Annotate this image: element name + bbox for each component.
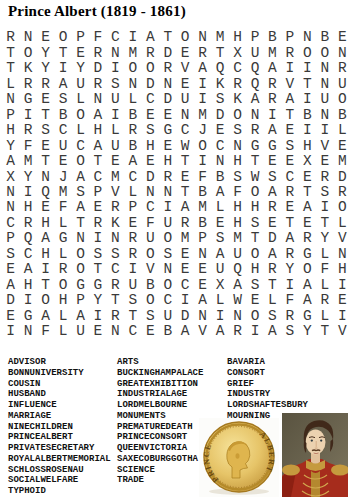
grid-cell[interactable]: N xyxy=(37,169,54,184)
grid-cell[interactable]: G xyxy=(299,308,316,323)
grid-cell[interactable]: E xyxy=(177,169,194,184)
grid-cell[interactable]: P xyxy=(246,30,263,45)
grid-cell[interactable]: C xyxy=(19,246,36,261)
grid-cell[interactable]: N xyxy=(19,324,36,339)
grid-cell[interactable]: C xyxy=(142,92,159,107)
grid-cell[interactable]: E xyxy=(159,107,176,122)
grid-cell[interactable]: C xyxy=(72,138,89,153)
grid-cell[interactable]: A xyxy=(89,107,106,122)
grid-cell[interactable]: C xyxy=(2,215,19,230)
grid-cell[interactable]: L xyxy=(211,200,228,215)
grid-cell[interactable]: K xyxy=(211,76,228,91)
grid-cell[interactable]: R xyxy=(54,262,71,277)
grid-cell[interactable]: R xyxy=(124,231,141,246)
grid-cell[interactable]: E xyxy=(194,262,211,277)
grid-cell[interactable]: W xyxy=(229,293,246,308)
grid-cell[interactable]: N xyxy=(316,61,333,76)
grid-cell[interactable]: G xyxy=(159,123,176,138)
grid-cell[interactable]: E xyxy=(334,138,351,153)
grid-cell[interactable]: I xyxy=(54,61,71,76)
grid-cell[interactable]: E xyxy=(281,154,298,169)
grid-cell[interactable]: U xyxy=(211,262,228,277)
grid-cell[interactable]: M xyxy=(124,45,141,60)
grid-cell[interactable]: I xyxy=(334,308,351,323)
grid-cell[interactable]: N xyxy=(177,107,194,122)
grid-cell[interactable]: N xyxy=(229,138,246,153)
grid-cell[interactable]: V xyxy=(142,262,159,277)
grid-cell[interactable]: H xyxy=(229,154,246,169)
grid-cell[interactable]: H xyxy=(299,138,316,153)
grid-cell[interactable]: A xyxy=(142,30,159,45)
grid-cell[interactable]: O xyxy=(194,138,211,153)
grid-cell[interactable]: E xyxy=(37,30,54,45)
grid-cell[interactable]: P xyxy=(2,107,19,122)
grid-cell[interactable]: A xyxy=(264,246,281,261)
grid-cell[interactable]: C xyxy=(124,169,141,184)
grid-cell[interactable]: E xyxy=(316,154,333,169)
grid-cell[interactable]: S xyxy=(37,123,54,138)
grid-cell[interactable]: T xyxy=(124,308,141,323)
grid-cell[interactable]: L xyxy=(316,308,333,323)
grid-cell[interactable]: R xyxy=(281,246,298,261)
grid-cell[interactable]: I xyxy=(107,61,124,76)
grid-cell[interactable]: R xyxy=(124,246,141,261)
grid-cell[interactable]: L xyxy=(264,293,281,308)
grid-cell[interactable]: L xyxy=(54,324,71,339)
grid-cell[interactable]: C xyxy=(107,262,124,277)
grid-cell[interactable]: I xyxy=(281,277,298,292)
grid-cell[interactable]: O xyxy=(334,92,351,107)
grid-cell[interactable]: A xyxy=(264,123,281,138)
grid-cell[interactable]: O xyxy=(334,200,351,215)
grid-cell[interactable]: N xyxy=(19,30,36,45)
grid-cell[interactable]: Q xyxy=(19,231,36,246)
grid-cell[interactable]: S xyxy=(54,92,71,107)
grid-cell[interactable]: A xyxy=(281,231,298,246)
grid-cell[interactable]: N xyxy=(107,231,124,246)
grid-cell[interactable]: U xyxy=(246,45,263,60)
grid-cell[interactable]: N xyxy=(316,107,333,122)
grid-cell[interactable]: N xyxy=(72,231,89,246)
grid-cell[interactable]: T xyxy=(159,30,176,45)
grid-cell[interactable]: E xyxy=(264,154,281,169)
grid-cell[interactable]: P xyxy=(2,231,19,246)
grid-cell[interactable]: R xyxy=(19,123,36,138)
grid-cell[interactable]: J xyxy=(194,123,211,138)
grid-cell[interactable]: L xyxy=(124,184,141,199)
grid-cell[interactable]: S xyxy=(107,76,124,91)
grid-cell[interactable]: M xyxy=(194,107,211,122)
grid-cell[interactable]: R xyxy=(281,308,298,323)
grid-cell[interactable]: T xyxy=(89,262,106,277)
grid-cell[interactable]: R xyxy=(334,184,351,199)
grid-cell[interactable]: O xyxy=(299,45,316,60)
grid-cell[interactable]: A xyxy=(264,324,281,339)
grid-cell[interactable]: E xyxy=(37,92,54,107)
grid-cell[interactable]: R xyxy=(194,45,211,60)
grid-cell[interactable]: N xyxy=(316,76,333,91)
grid-cell[interactable]: R xyxy=(19,215,36,230)
grid-cell[interactable]: D xyxy=(89,61,106,76)
grid-cell[interactable]: R xyxy=(299,231,316,246)
grid-cell[interactable]: T xyxy=(316,324,333,339)
grid-cell[interactable]: B xyxy=(264,30,281,45)
grid-cell[interactable]: W xyxy=(246,169,263,184)
grid-cell[interactable]: A xyxy=(177,324,194,339)
grid-cell[interactable]: R xyxy=(159,169,176,184)
grid-cell[interactable]: R xyxy=(159,61,176,76)
grid-cell[interactable]: L xyxy=(72,92,89,107)
grid-cell[interactable]: S xyxy=(229,123,246,138)
grid-cell[interactable]: U xyxy=(177,92,194,107)
grid-cell[interactable]: T xyxy=(211,45,228,60)
grid-cell[interactable]: C xyxy=(54,123,71,138)
grid-cell[interactable]: E xyxy=(89,200,106,215)
grid-cell[interactable]: A xyxy=(194,293,211,308)
grid-cell[interactable]: E xyxy=(124,215,141,230)
grid-cell[interactable]: H xyxy=(142,138,159,153)
grid-cell[interactable]: S xyxy=(229,169,246,184)
grid-cell[interactable]: F xyxy=(37,324,54,339)
grid-cell[interactable]: I xyxy=(19,184,36,199)
grid-cell[interactable]: C xyxy=(107,30,124,45)
grid-cell[interactable]: I xyxy=(194,76,211,91)
grid-cell[interactable]: B xyxy=(124,107,141,122)
grid-cell[interactable]: O xyxy=(246,246,263,261)
grid-cell[interactable]: S xyxy=(281,324,298,339)
grid-cell[interactable]: A xyxy=(264,184,281,199)
grid-cell[interactable]: U xyxy=(107,138,124,153)
grid-cell[interactable]: T xyxy=(177,184,194,199)
grid-cell[interactable]: Y xyxy=(2,138,19,153)
grid-cell[interactable]: A xyxy=(246,92,263,107)
grid-cell[interactable]: T xyxy=(316,215,333,230)
grid-cell[interactable]: S xyxy=(142,308,159,323)
grid-cell[interactable]: E xyxy=(89,324,106,339)
grid-cell[interactable]: A xyxy=(264,61,281,76)
grid-cell[interactable]: A xyxy=(211,246,228,261)
grid-cell[interactable]: R xyxy=(2,30,19,45)
grid-cell[interactable]: R xyxy=(177,215,194,230)
grid-cell[interactable]: R xyxy=(264,92,281,107)
grid-cell[interactable]: I xyxy=(334,277,351,292)
grid-cell[interactable]: L xyxy=(107,123,124,138)
grid-cell[interactable]: C xyxy=(229,61,246,76)
grid-cell[interactable]: G xyxy=(19,308,36,323)
grid-cell[interactable]: G xyxy=(54,231,71,246)
grid-cell[interactable]: A xyxy=(299,293,316,308)
grid-cell[interactable]: E xyxy=(281,200,298,215)
grid-cell[interactable]: Q xyxy=(37,184,54,199)
grid-cell[interactable]: E xyxy=(37,138,54,153)
grid-cell[interactable]: S xyxy=(264,169,281,184)
grid-cell[interactable]: U xyxy=(229,246,246,261)
grid-cell[interactable]: R xyxy=(107,200,124,215)
grid-cell[interactable]: H xyxy=(19,277,36,292)
grid-cell[interactable]: S xyxy=(246,277,263,292)
grid-cell[interactable]: B xyxy=(299,107,316,122)
grid-cell[interactable]: X xyxy=(2,169,19,184)
grid-cell[interactable]: O xyxy=(246,184,263,199)
grid-cell[interactable]: A xyxy=(211,324,228,339)
grid-cell[interactable]: R xyxy=(264,76,281,91)
grid-cell[interactable]: C xyxy=(142,200,159,215)
grid-cell[interactable]: I xyxy=(107,107,124,122)
grid-cell[interactable]: K xyxy=(229,92,246,107)
grid-cell[interactable]: D xyxy=(177,308,194,323)
grid-cell[interactable]: H xyxy=(2,123,19,138)
grid-cell[interactable]: I xyxy=(194,154,211,169)
grid-cell[interactable]: I xyxy=(177,293,194,308)
grid-cell[interactable]: I xyxy=(299,92,316,107)
grid-cell[interactable]: T xyxy=(246,154,263,169)
grid-cell[interactable]: U xyxy=(124,277,141,292)
grid-cell[interactable]: T xyxy=(281,215,298,230)
grid-cell[interactable]: I xyxy=(124,262,141,277)
grid-cell[interactable]: N xyxy=(159,184,176,199)
grid-cell[interactable]: Y xyxy=(37,45,54,60)
grid-cell[interactable]: C xyxy=(177,277,194,292)
grid-cell[interactable]: S xyxy=(107,246,124,261)
grid-cell[interactable]: L xyxy=(72,123,89,138)
grid-cell[interactable]: N xyxy=(2,200,19,215)
grid-cell[interactable]: N xyxy=(142,184,159,199)
grid-cell[interactable]: P xyxy=(124,200,141,215)
grid-cell[interactable]: S xyxy=(72,184,89,199)
grid-cell[interactable]: U xyxy=(159,308,176,323)
grid-cell[interactable]: M xyxy=(54,184,71,199)
grid-cell[interactable]: L xyxy=(316,277,333,292)
grid-cell[interactable]: E xyxy=(194,277,211,292)
grid-cell[interactable]: F xyxy=(19,138,36,153)
grid-cell[interactable]: I xyxy=(316,200,333,215)
grid-cell[interactable]: Y xyxy=(281,262,298,277)
grid-cell[interactable]: N xyxy=(2,184,19,199)
grid-cell[interactable]: U xyxy=(54,138,71,153)
grid-cell[interactable]: J xyxy=(54,169,71,184)
grid-cell[interactable]: O xyxy=(142,246,159,261)
grid-cell[interactable]: F xyxy=(89,30,106,45)
grid-cell[interactable]: O xyxy=(19,45,36,60)
grid-cell[interactable]: A xyxy=(2,277,19,292)
grid-cell[interactable]: V xyxy=(334,324,351,339)
grid-cell[interactable]: R xyxy=(229,324,246,339)
grid-cell[interactable]: M xyxy=(229,231,246,246)
grid-cell[interactable]: H xyxy=(37,246,54,261)
grid-cell[interactable]: R xyxy=(246,123,263,138)
grid-cell[interactable]: A xyxy=(124,154,141,169)
grid-cell[interactable]: U xyxy=(316,92,333,107)
grid-cell[interactable]: E xyxy=(211,123,228,138)
grid-cell[interactable]: O xyxy=(72,246,89,261)
grid-cell[interactable]: I xyxy=(316,123,333,138)
grid-cell[interactable]: S xyxy=(2,246,19,261)
grid-cell[interactable]: H xyxy=(229,200,246,215)
grid-cell[interactable]: A xyxy=(177,200,194,215)
grid-cell[interactable]: T xyxy=(37,277,54,292)
grid-cell[interactable]: Y xyxy=(19,169,36,184)
grid-cell[interactable]: E xyxy=(2,308,19,323)
grid-cell[interactable]: O xyxy=(299,262,316,277)
grid-cell[interactable]: R xyxy=(334,61,351,76)
grid-cell[interactable]: E xyxy=(142,324,159,339)
grid-cell[interactable]: N xyxy=(107,45,124,60)
grid-cell[interactable]: A xyxy=(89,138,106,153)
grid-cell[interactable]: O xyxy=(72,107,89,122)
grid-cell[interactable]: F xyxy=(142,215,159,230)
grid-cell[interactable]: G xyxy=(72,277,89,292)
grid-cell[interactable]: T xyxy=(54,45,71,60)
grid-cell[interactable]: E xyxy=(177,45,194,60)
grid-cell[interactable]: P xyxy=(194,231,211,246)
grid-cell[interactable]: N xyxy=(246,107,263,122)
grid-cell[interactable]: G xyxy=(246,138,263,153)
grid-cell[interactable]: L xyxy=(334,123,351,138)
grid-cell[interactable]: S xyxy=(316,184,333,199)
grid-cell[interactable]: B xyxy=(159,324,176,339)
grid-cell[interactable]: T xyxy=(37,154,54,169)
grid-cell[interactable]: C xyxy=(211,138,228,153)
grid-cell[interactable]: A xyxy=(54,76,71,91)
grid-cell[interactable]: Y xyxy=(72,61,89,76)
grid-cell[interactable]: V xyxy=(281,76,298,91)
grid-cell[interactable]: N xyxy=(334,45,351,60)
grid-cell[interactable]: U xyxy=(107,92,124,107)
grid-cell[interactable]: H xyxy=(229,30,246,45)
grid-cell[interactable]: A xyxy=(211,184,228,199)
grid-cell[interactable]: N xyxy=(159,262,176,277)
grid-cell[interactable]: E xyxy=(177,246,194,261)
grid-cell[interactable]: R xyxy=(89,76,106,91)
grid-cell[interactable]: M xyxy=(211,30,228,45)
grid-cell[interactable]: M xyxy=(194,200,211,215)
grid-cell[interactable]: N xyxy=(194,308,211,323)
grid-cell[interactable]: F xyxy=(54,200,71,215)
grid-cell[interactable]: D xyxy=(159,92,176,107)
grid-cell[interactable]: D xyxy=(211,107,228,122)
grid-cell[interactable]: Q xyxy=(211,61,228,76)
grid-cell[interactable]: T xyxy=(281,107,298,122)
grid-cell[interactable]: A xyxy=(37,308,54,323)
grid-cell[interactable]: B xyxy=(124,138,141,153)
grid-cell[interactable]: A xyxy=(2,154,19,169)
grid-cell[interactable]: Q xyxy=(246,61,263,76)
grid-cell[interactable]: R xyxy=(89,45,106,60)
grid-cell[interactable]: U xyxy=(72,324,89,339)
grid-cell[interactable]: E xyxy=(54,154,71,169)
grid-cell[interactable]: O xyxy=(142,293,159,308)
grid-cell[interactable]: O xyxy=(72,154,89,169)
grid-cell[interactable]: H xyxy=(89,123,106,138)
grid-cell[interactable]: E xyxy=(299,215,316,230)
grid-cell[interactable]: I xyxy=(264,107,281,122)
grid-cell[interactable]: T xyxy=(299,184,316,199)
grid-cell[interactable]: O xyxy=(142,61,159,76)
grid-cell[interactable]: E xyxy=(211,215,228,230)
grid-cell[interactable]: O xyxy=(37,293,54,308)
grid-cell[interactable]: T xyxy=(177,154,194,169)
grid-cell[interactable]: R xyxy=(229,76,246,91)
grid-cell[interactable]: X xyxy=(211,277,228,292)
grid-cell[interactable]: I xyxy=(246,324,263,339)
grid-cell[interactable]: E xyxy=(264,215,281,230)
grid-cell[interactable]: U xyxy=(159,215,176,230)
grid-cell[interactable]: D xyxy=(142,169,159,184)
grid-cell[interactable]: E xyxy=(334,293,351,308)
grid-cell[interactable]: S xyxy=(246,215,263,230)
grid-cell[interactable]: P xyxy=(281,30,298,45)
grid-cell[interactable]: N xyxy=(229,308,246,323)
grid-cell[interactable]: S xyxy=(159,246,176,261)
grid-cell[interactable]: T xyxy=(37,107,54,122)
grid-cell[interactable]: E xyxy=(107,154,124,169)
grid-cell[interactable]: I xyxy=(194,92,211,107)
grid-cell[interactable]: R xyxy=(281,45,298,60)
grid-cell[interactable]: S xyxy=(142,123,159,138)
grid-cell[interactable]: R xyxy=(124,123,141,138)
grid-cell[interactable]: Y xyxy=(299,324,316,339)
grid-cell[interactable]: V xyxy=(177,61,194,76)
grid-cell[interactable]: P xyxy=(72,30,89,45)
grid-cell[interactable]: T xyxy=(246,231,263,246)
grid-cell[interactable]: U xyxy=(334,76,351,91)
grid-cell[interactable]: H xyxy=(19,200,36,215)
grid-cell[interactable]: R xyxy=(281,184,298,199)
grid-cell[interactable]: Q xyxy=(246,76,263,91)
grid-cell[interactable]: E xyxy=(142,154,159,169)
grid-cell[interactable]: G xyxy=(89,277,106,292)
grid-cell[interactable]: H xyxy=(246,262,263,277)
grid-cell[interactable]: V xyxy=(316,138,333,153)
grid-cell[interactable]: R xyxy=(37,76,54,91)
grid-cell[interactable]: P xyxy=(72,293,89,308)
grid-cell[interactable]: T xyxy=(2,61,19,76)
grid-cell[interactable]: O xyxy=(159,277,176,292)
grid-cell[interactable]: L xyxy=(54,215,71,230)
grid-cell[interactable]: I xyxy=(281,61,298,76)
grid-cell[interactable]: S xyxy=(124,293,141,308)
grid-cell[interactable]: M xyxy=(107,169,124,184)
grid-cell[interactable]: T xyxy=(299,76,316,91)
grid-cell[interactable]: M xyxy=(264,45,281,60)
grid-cell[interactable]: S xyxy=(264,308,281,323)
grid-cell[interactable]: B xyxy=(194,215,211,230)
grid-cell[interactable]: E xyxy=(334,30,351,45)
grid-cell[interactable]: T xyxy=(2,45,19,60)
grid-cell[interactable]: R xyxy=(107,308,124,323)
grid-cell[interactable]: N xyxy=(159,76,176,91)
grid-cell[interactable]: R xyxy=(19,76,36,91)
grid-cell[interactable]: A xyxy=(72,200,89,215)
grid-cell[interactable]: N xyxy=(107,324,124,339)
grid-cell[interactable]: A xyxy=(19,262,36,277)
grid-cell[interactable]: I xyxy=(89,308,106,323)
grid-cell[interactable]: H xyxy=(54,293,71,308)
grid-cell[interactable]: H xyxy=(246,200,263,215)
grid-cell[interactable]: L xyxy=(54,308,71,323)
grid-cell[interactable]: H xyxy=(159,154,176,169)
grid-cell[interactable]: M xyxy=(334,154,351,169)
grid-cell[interactable]: O xyxy=(124,61,141,76)
grid-cell[interactable]: E xyxy=(281,123,298,138)
grid-cell[interactable]: S xyxy=(211,92,228,107)
grid-cell[interactable]: E xyxy=(299,169,316,184)
grid-cell[interactable]: U xyxy=(142,231,159,246)
grid-cell[interactable]: D xyxy=(334,169,351,184)
grid-cell[interactable]: X xyxy=(229,45,246,60)
grid-cell[interactable]: I xyxy=(37,262,54,277)
grid-cell[interactable]: F xyxy=(316,262,333,277)
